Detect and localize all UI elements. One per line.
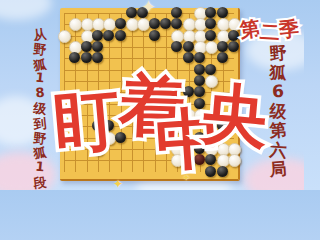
black-stone [81, 41, 92, 52]
video-thumbnail: { "game": { "name": "Go (Weiqi)", "board… [0, 0, 304, 190]
black-stone [183, 52, 194, 63]
black-stone [194, 75, 205, 86]
title-char: 盯盯 [50, 74, 124, 169]
black-stone [217, 7, 228, 18]
black-stone [205, 30, 216, 41]
black-stone [194, 64, 205, 75]
caption-char: 局 [266, 157, 290, 181]
black-stone [92, 30, 103, 41]
black-stone [228, 30, 239, 41]
black-stone [115, 30, 126, 41]
black-stone [183, 41, 194, 52]
black-stone [103, 30, 114, 41]
black-stone [217, 41, 228, 52]
caption-char: 段 [30, 173, 50, 190]
sparkle-icon: ✦ [113, 177, 123, 190]
black-stone [92, 41, 103, 52]
black-stone [115, 18, 126, 29]
black-stone [126, 7, 137, 18]
black-stone [217, 52, 228, 63]
sparkle-icon: ✦ [141, 0, 156, 17]
title-char: 央央 [198, 68, 272, 163]
white-stone [58, 30, 71, 43]
sparkle-icon: ✦ [182, 172, 190, 183]
season-char: 季季 [278, 15, 301, 44]
black-stone [81, 52, 92, 63]
black-stone [149, 18, 160, 29]
white-cloud [0, 0, 52, 20]
black-stone [228, 41, 239, 52]
black-stone [149, 30, 160, 41]
